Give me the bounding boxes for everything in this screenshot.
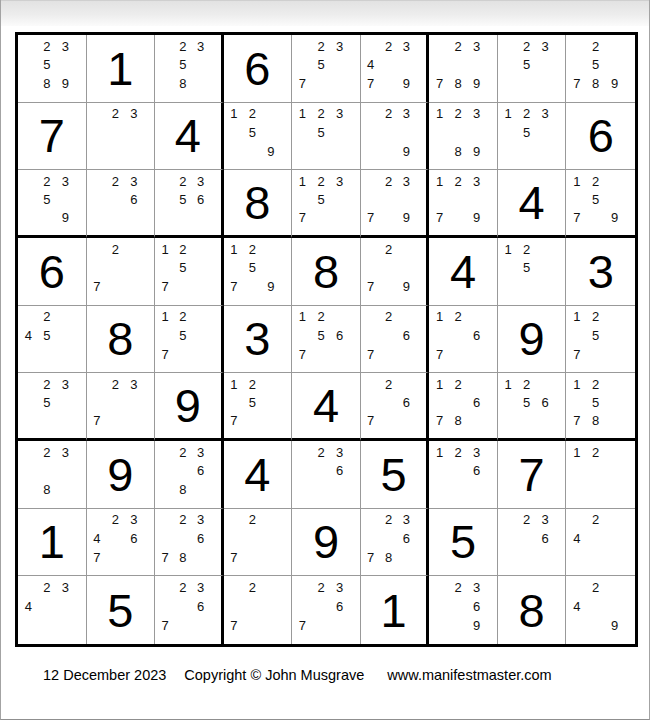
candidate-digit: 8 <box>174 548 192 567</box>
pencil-marks: 239 <box>362 105 416 161</box>
candidate-digit: 5 <box>312 123 331 142</box>
candidate-digit: 5 <box>243 259 262 278</box>
given-digit: 8 <box>292 238 360 305</box>
candidate-digit: 3 <box>397 172 415 190</box>
candidate-digit: 5 <box>38 190 57 208</box>
given-digit: 4 <box>224 441 292 508</box>
given-digit: 4 <box>292 373 360 438</box>
candidate-digit: 9 <box>467 208 486 226</box>
cell-r9c2: 5 <box>87 576 156 644</box>
candidate-digit: 7 <box>225 616 244 635</box>
candidate-digit: 1 <box>430 308 449 327</box>
cell-r4c9: 3 <box>566 238 635 306</box>
pencil-marks: 12389 <box>430 105 486 161</box>
pencil-marks: 279 <box>362 240 416 296</box>
candidate-digit: 2 <box>174 578 192 597</box>
pencil-marks: 23479 <box>362 37 416 93</box>
cell-r7c8: 7 <box>498 441 567 509</box>
candidate-digit: 5 <box>517 259 536 278</box>
candidate-digit: 8 <box>174 480 192 499</box>
candidate-digit: 3 <box>397 37 415 56</box>
candidate-digit: 3 <box>125 105 144 124</box>
candidate-digit: 3 <box>330 578 349 597</box>
candidate-digit: 1 <box>567 443 586 462</box>
candidate-digit: 7 <box>293 616 312 635</box>
pencil-marks: 237 <box>88 375 144 429</box>
pencil-marks: 1236 <box>430 443 486 499</box>
sudoku-grid: 2358912358623572347923789235257897234125… <box>18 35 635 644</box>
pencil-marks: 2369 <box>430 578 486 635</box>
candidate-digit: 2 <box>517 240 536 259</box>
candidate-digit: 7 <box>293 208 312 226</box>
candidate-digit: 2 <box>449 105 468 124</box>
given-digit: 7 <box>498 441 566 508</box>
candidate-digit: 1 <box>156 240 174 259</box>
page-top-band <box>1 0 649 26</box>
candidate-digit: 2 <box>106 105 125 124</box>
candidate-digit: 2 <box>586 578 605 597</box>
cell-r3c8: 4 <box>498 170 567 238</box>
candidate-digit: 8 <box>586 411 605 429</box>
pencil-marks: 1256 <box>499 375 555 429</box>
candidate-digit: 2 <box>449 37 468 56</box>
candidate-digit: 6 <box>192 529 210 548</box>
pencil-marks: 2367 <box>156 578 210 635</box>
cell-r8c9: 24 <box>566 509 635 577</box>
pencil-marks: 2379 <box>362 172 416 226</box>
cell-r5c3: 1257 <box>155 306 224 374</box>
candidate-digit: 2 <box>174 443 192 462</box>
pencil-marks: 234 <box>19 578 75 635</box>
cell-r7c1: 238 <box>18 441 87 509</box>
candidate-digit: 2 <box>380 105 398 124</box>
candidate-digit: 7 <box>430 345 449 364</box>
candidate-digit: 2 <box>174 308 192 327</box>
candidate-digit: 2 <box>38 375 57 393</box>
cell-r8c6: 23678 <box>361 509 430 577</box>
cell-r6c1: 235 <box>18 373 87 441</box>
pencil-marks: 23789 <box>430 37 486 93</box>
candidate-digit: 1 <box>430 105 449 124</box>
candidate-digit: 3 <box>536 105 555 124</box>
given-digit: 6 <box>224 35 292 102</box>
cell-r3c7: 12379 <box>429 170 498 238</box>
candidate-digit: 5 <box>174 259 192 278</box>
footer-copyright: Copyright © John Musgrave <box>184 667 364 683</box>
candidate-digit: 2 <box>106 375 125 393</box>
pencil-marks: 267 <box>362 375 416 429</box>
candidate-digit: 9 <box>605 74 624 93</box>
pencil-marks: 235 <box>499 37 555 93</box>
cell-r4c2: 27 <box>87 238 156 306</box>
candidate-digit: 5 <box>174 56 192 75</box>
given-digit: 1 <box>87 35 155 102</box>
candidate-digit: 2 <box>38 308 57 327</box>
given-digit: 4 <box>155 103 221 170</box>
candidate-digit: 7 <box>362 345 380 364</box>
candidate-digit: 1 <box>567 172 586 190</box>
candidate-digit: 5 <box>517 393 536 411</box>
given-digit: 4 <box>498 170 566 235</box>
candidate-digit: 2 <box>380 37 398 56</box>
cell-r1c9: 25789 <box>566 35 635 103</box>
candidate-digit: 1 <box>567 375 586 393</box>
footer: 12 December 2023 Copyright © John Musgra… <box>43 667 552 683</box>
candidate-digit: 7 <box>225 411 244 429</box>
candidate-digit: 4 <box>567 529 586 548</box>
sudoku-page: 2358912358623572347923789235257897234125… <box>0 0 650 720</box>
candidate-digit: 7 <box>88 277 107 296</box>
given-digit: 9 <box>87 441 155 508</box>
cell-r2c4: 1259 <box>224 103 293 171</box>
candidate-digit: 2 <box>380 240 398 259</box>
candidate-digit: 3 <box>330 443 349 462</box>
candidate-digit: 7 <box>430 411 449 429</box>
candidate-digit: 8 <box>38 74 57 93</box>
pencil-marks: 12379 <box>430 172 486 226</box>
pencil-marks: 12 <box>567 443 624 499</box>
candidate-digit: 1 <box>430 443 449 462</box>
candidate-digit: 6 <box>397 326 415 345</box>
candidate-digit: 3 <box>125 375 144 393</box>
cell-r7c6: 5 <box>361 441 430 509</box>
candidate-digit: 2 <box>380 375 398 393</box>
candidate-digit: 5 <box>174 190 192 208</box>
candidate-digit: 1 <box>293 172 312 190</box>
given-digit: 5 <box>429 509 497 576</box>
candidate-digit: 7 <box>156 277 174 296</box>
candidate-digit: 7 <box>293 74 312 93</box>
candidate-digit: 1 <box>293 308 312 327</box>
pencil-marks: 1257 <box>225 375 281 429</box>
candidate-digit: 2 <box>38 37 57 56</box>
candidate-digit: 7 <box>362 74 380 93</box>
cell-r8c5: 9 <box>292 509 361 577</box>
candidate-digit: 9 <box>467 142 486 161</box>
pencil-marks: 12578 <box>567 375 624 429</box>
cell-r4c5: 8 <box>292 238 361 306</box>
candidate-digit: 9 <box>397 208 415 226</box>
cell-r9c4: 27 <box>224 576 293 644</box>
candidate-digit: 5 <box>517 123 536 142</box>
cell-r6c4: 1257 <box>224 373 293 441</box>
cell-r9c6: 1 <box>361 576 430 644</box>
cell-r6c9: 12578 <box>566 373 635 441</box>
cell-r5c2: 8 <box>87 306 156 374</box>
pencil-marks: 1259 <box>225 105 281 161</box>
cell-r6c3: 9 <box>155 373 224 441</box>
candidate-digit: 3 <box>125 172 144 190</box>
cell-r3c5: 12357 <box>292 170 361 238</box>
candidate-digit: 9 <box>397 142 415 161</box>
candidate-digit: 2 <box>517 37 536 56</box>
cell-r5c1: 245 <box>18 306 87 374</box>
cell-r8c3: 23678 <box>155 509 224 577</box>
cell-r9c5: 2367 <box>292 576 361 644</box>
candidate-digit: 3 <box>56 578 75 597</box>
given-digit: 8 <box>498 576 566 644</box>
candidate-digit: 2 <box>312 578 331 597</box>
candidate-digit: 6 <box>397 529 415 548</box>
pencil-marks: 236 <box>499 511 555 567</box>
candidate-digit: 2 <box>106 240 125 259</box>
candidate-digit: 6 <box>125 190 144 208</box>
candidate-digit: 9 <box>397 74 415 93</box>
pencil-marks: 2356 <box>156 172 210 226</box>
pencil-marks: 23 <box>88 105 144 161</box>
candidate-digit: 2 <box>380 172 398 190</box>
pencil-marks: 1257 <box>156 240 210 296</box>
given-digit: 3 <box>566 238 635 305</box>
candidate-digit: 1 <box>430 375 449 393</box>
candidate-digit: 5 <box>38 56 57 75</box>
cell-r7c4: 4 <box>224 441 293 509</box>
candidate-digit: 6 <box>192 462 210 481</box>
candidate-digit: 2 <box>38 578 57 597</box>
candidate-digit: 5 <box>586 56 605 75</box>
cell-r4c7: 4 <box>429 238 498 306</box>
candidate-digit: 5 <box>586 326 605 345</box>
candidate-digit: 2 <box>243 240 262 259</box>
cell-r3c3: 2356 <box>155 170 224 238</box>
candidate-digit: 7 <box>567 411 586 429</box>
candidate-digit: 3 <box>192 443 210 462</box>
candidate-digit: 9 <box>56 208 75 226</box>
candidate-digit: 1 <box>225 375 244 393</box>
pencil-marks: 12357 <box>293 172 349 226</box>
cell-r2c8: 1235 <box>498 103 567 171</box>
cell-r6c5: 4 <box>292 373 361 441</box>
candidate-digit: 6 <box>536 529 555 548</box>
pencil-marks: 2368 <box>156 443 210 499</box>
given-digit: 5 <box>87 576 155 644</box>
candidate-digit: 2 <box>586 308 605 327</box>
candidate-digit: 7 <box>225 277 244 296</box>
candidate-digit: 3 <box>397 105 415 124</box>
cell-r7c7: 1236 <box>429 441 498 509</box>
candidate-digit: 2 <box>312 308 331 327</box>
candidate-digit: 2 <box>449 308 468 327</box>
candidate-digit: 9 <box>262 142 281 161</box>
candidate-digit: 4 <box>567 597 586 616</box>
footer-website: www.manifestmaster.com <box>387 667 551 683</box>
candidate-digit: 5 <box>586 190 605 208</box>
candidate-digit: 5 <box>243 123 262 142</box>
candidate-digit: 3 <box>536 511 555 530</box>
candidate-digit: 5 <box>312 326 331 345</box>
candidate-digit: 2 <box>174 240 192 259</box>
pencil-marks: 235 <box>19 375 75 429</box>
candidate-digit: 3 <box>125 511 144 530</box>
cell-r2c2: 23 <box>87 103 156 171</box>
candidate-digit: 3 <box>192 37 210 56</box>
candidate-digit: 6 <box>330 326 349 345</box>
candidate-digit: 3 <box>56 443 75 462</box>
cell-r8c2: 23467 <box>87 509 156 577</box>
pencil-marks: 1267 <box>430 308 486 364</box>
cell-r1c6: 23479 <box>361 35 430 103</box>
candidate-digit: 7 <box>156 548 174 567</box>
candidate-digit: 6 <box>467 326 486 345</box>
given-digit: 8 <box>224 170 292 235</box>
candidate-digit: 2 <box>449 172 468 190</box>
candidate-digit: 2 <box>586 511 605 530</box>
pencil-marks: 1257 <box>156 308 210 364</box>
cell-r7c2: 9 <box>87 441 156 509</box>
candidate-digit: 7 <box>362 277 380 296</box>
cell-r2c9: 6 <box>566 103 635 171</box>
candidate-digit: 9 <box>467 74 486 93</box>
candidate-digit: 8 <box>449 142 468 161</box>
candidate-digit: 1 <box>225 240 244 259</box>
cell-r5c5: 12567 <box>292 306 361 374</box>
candidate-digit: 6 <box>330 597 349 616</box>
candidate-digit: 2 <box>106 172 125 190</box>
candidate-digit: 8 <box>38 480 57 499</box>
candidate-digit: 2 <box>586 172 605 190</box>
cell-r3c4: 8 <box>224 170 293 238</box>
candidate-digit: 8 <box>449 411 468 429</box>
candidate-digit: 1 <box>430 172 449 190</box>
candidate-digit: 9 <box>605 616 624 635</box>
candidate-digit: 2 <box>586 375 605 393</box>
pencil-marks: 12567 <box>293 308 349 364</box>
candidate-digit: 2 <box>312 172 331 190</box>
cell-r5c7: 1267 <box>429 306 498 374</box>
candidate-digit: 3 <box>467 172 486 190</box>
cell-r1c5: 2357 <box>292 35 361 103</box>
candidate-digit: 2 <box>517 375 536 393</box>
candidate-digit: 3 <box>330 105 349 124</box>
candidate-digit: 2 <box>243 511 262 530</box>
candidate-digit: 2 <box>38 172 57 190</box>
candidate-digit: 3 <box>536 37 555 56</box>
candidate-digit: 5 <box>517 56 536 75</box>
candidate-digit: 3 <box>56 375 75 393</box>
candidate-digit: 2 <box>380 308 398 327</box>
candidate-digit: 3 <box>192 578 210 597</box>
pencil-marks: 27 <box>88 240 144 296</box>
candidate-digit: 7 <box>225 548 244 567</box>
cell-r8c8: 236 <box>498 509 567 577</box>
candidate-digit: 7 <box>567 345 586 364</box>
candidate-digit: 3 <box>467 37 486 56</box>
candidate-digit: 7 <box>156 616 174 635</box>
cell-r6c7: 12678 <box>429 373 498 441</box>
candidate-digit: 5 <box>38 393 57 411</box>
given-digit: 9 <box>155 373 221 438</box>
candidate-digit: 6 <box>192 190 210 208</box>
candidate-digit: 4 <box>88 529 107 548</box>
cell-r6c8: 1256 <box>498 373 567 441</box>
candidate-digit: 1 <box>156 308 174 327</box>
candidate-digit: 6 <box>536 393 555 411</box>
candidate-digit: 1 <box>567 308 586 327</box>
given-digit: 4 <box>429 238 497 305</box>
candidate-digit: 2 <box>38 443 57 462</box>
candidate-digit: 1 <box>293 105 312 124</box>
candidate-digit: 2 <box>243 578 262 597</box>
candidate-digit: 5 <box>312 56 331 75</box>
sudoku-board: 2358912358623572347923789235257897234125… <box>15 32 638 647</box>
pencil-marks: 125 <box>499 240 555 296</box>
candidate-digit: 2 <box>517 105 536 124</box>
cell-r2c3: 4 <box>155 103 224 171</box>
candidate-digit: 5 <box>586 393 605 411</box>
candidate-digit: 9 <box>262 277 281 296</box>
cell-r7c3: 2368 <box>155 441 224 509</box>
cell-r8c7: 5 <box>429 509 498 577</box>
cell-r4c4: 12579 <box>224 238 293 306</box>
cell-r1c2: 1 <box>87 35 156 103</box>
candidate-digit: 4 <box>19 597 38 616</box>
cell-r5c6: 267 <box>361 306 430 374</box>
candidate-digit: 3 <box>56 37 75 56</box>
pencil-marks: 267 <box>362 308 416 364</box>
candidate-digit: 2 <box>380 511 398 530</box>
pencil-marks: 27 <box>225 511 281 567</box>
pencil-marks: 1235 <box>293 105 349 161</box>
pencil-marks: 12678 <box>430 375 486 429</box>
given-digit: 5 <box>361 441 427 508</box>
candidate-digit: 7 <box>567 208 586 226</box>
cell-r9c1: 234 <box>18 576 87 644</box>
pencil-marks: 236 <box>88 172 144 226</box>
pencil-marks: 238 <box>19 443 75 499</box>
given-digit: 3 <box>224 306 292 373</box>
candidate-digit: 5 <box>243 393 262 411</box>
cell-r4c8: 125 <box>498 238 567 306</box>
pencil-marks: 236 <box>293 443 349 499</box>
cell-r1c4: 6 <box>224 35 293 103</box>
candidate-digit: 6 <box>467 597 486 616</box>
candidate-digit: 6 <box>397 393 415 411</box>
candidate-digit: 9 <box>467 616 486 635</box>
candidate-digit: 2 <box>586 37 605 56</box>
cell-r4c6: 279 <box>361 238 430 306</box>
candidate-digit: 6 <box>467 462 486 481</box>
cell-r5c9: 1257 <box>566 306 635 374</box>
candidate-digit: 3 <box>330 37 349 56</box>
cell-r9c7: 2369 <box>429 576 498 644</box>
given-digit: 7 <box>18 103 86 170</box>
pencil-marks: 23467 <box>88 511 144 567</box>
candidate-digit: 5 <box>312 190 331 208</box>
candidate-digit: 2 <box>312 105 331 124</box>
cell-r9c8: 8 <box>498 576 567 644</box>
cell-r6c6: 267 <box>361 373 430 441</box>
candidate-digit: 8 <box>174 74 192 93</box>
candidate-digit: 8 <box>380 548 398 567</box>
cell-r7c9: 12 <box>566 441 635 509</box>
pencil-marks: 245 <box>19 308 75 364</box>
candidate-digit: 2 <box>312 443 331 462</box>
candidate-digit: 5 <box>174 326 192 345</box>
given-digit: 6 <box>18 238 86 305</box>
given-digit: 9 <box>498 306 566 373</box>
candidate-digit: 8 <box>449 74 468 93</box>
candidate-digit: 2 <box>517 511 536 530</box>
candidate-digit: 9 <box>397 277 415 296</box>
cell-r4c3: 1257 <box>155 238 224 306</box>
candidate-digit: 4 <box>362 56 380 75</box>
pencil-marks: 1235 <box>499 105 555 161</box>
candidate-digit: 1 <box>225 105 244 124</box>
cell-r1c1: 23589 <box>18 35 87 103</box>
cell-r1c7: 23789 <box>429 35 498 103</box>
cell-r9c3: 2367 <box>155 576 224 644</box>
cell-r5c8: 9 <box>498 306 567 374</box>
